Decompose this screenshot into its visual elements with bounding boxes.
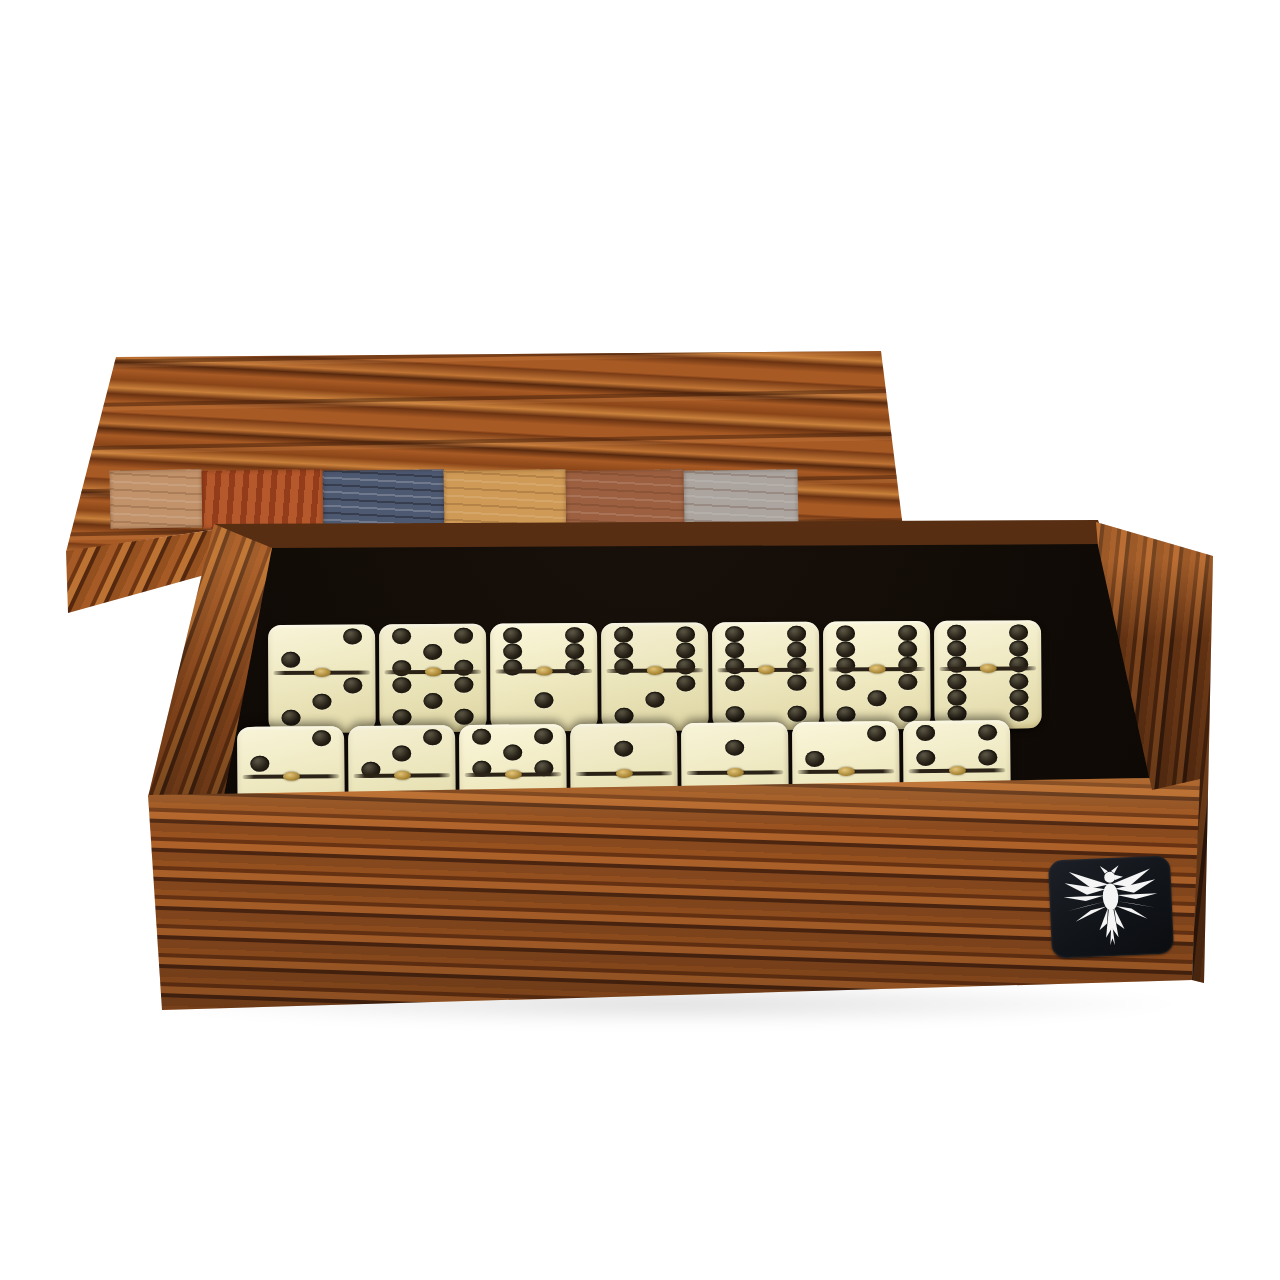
pip <box>947 641 966 657</box>
brass-spinner <box>393 771 410 780</box>
pip <box>1009 625 1028 641</box>
brass-spinner <box>837 767 854 776</box>
domino-half <box>276 677 368 725</box>
pip <box>454 628 473 644</box>
pip <box>282 710 301 726</box>
lid-inlay-square-blue <box>323 469 445 529</box>
domino-half <box>831 674 923 722</box>
pip <box>645 691 664 707</box>
pip <box>867 726 886 742</box>
domino-half <box>356 730 448 771</box>
pip <box>898 674 917 690</box>
pip <box>836 626 855 642</box>
pip <box>725 739 744 755</box>
domino-tile[interactable] <box>712 622 820 731</box>
eagle-icon <box>1057 862 1165 952</box>
pip <box>472 729 491 745</box>
domino-tile[interactable] <box>268 624 376 733</box>
pip <box>312 731 331 747</box>
pip <box>423 644 442 660</box>
eagle-logo <box>1048 855 1174 958</box>
lid-inlay-square-oak <box>444 469 567 529</box>
pip <box>726 675 745 691</box>
pip <box>503 644 522 660</box>
pip <box>534 692 553 708</box>
domino-tile[interactable] <box>379 624 487 733</box>
pip <box>565 643 584 659</box>
lid-inlay-square-brown <box>566 469 685 529</box>
lid-inlay-square-tan <box>110 469 203 528</box>
domino-half <box>800 726 892 767</box>
domino-half <box>609 675 701 723</box>
pip <box>948 674 967 690</box>
brass-spinner <box>424 668 441 677</box>
pip <box>454 709 473 725</box>
pip <box>917 750 936 766</box>
lid-inlay-square-red <box>202 469 324 529</box>
domino-half <box>720 675 812 723</box>
lid-inlay-square-gray <box>684 469 799 529</box>
pip <box>726 707 745 723</box>
pip <box>1009 689 1028 705</box>
brass-spinner <box>282 772 299 781</box>
domino-half <box>387 677 479 725</box>
pip <box>393 709 412 725</box>
pip <box>978 749 997 765</box>
pip <box>615 708 634 724</box>
pip <box>787 642 806 658</box>
pip <box>806 751 825 767</box>
pip <box>565 627 584 643</box>
pip <box>312 694 331 710</box>
pip <box>614 643 633 659</box>
domino-half <box>245 731 337 772</box>
brass-spinner <box>979 664 996 673</box>
pip <box>1009 705 1028 721</box>
domino-half <box>498 676 590 724</box>
pip <box>1009 673 1028 689</box>
pip <box>534 729 553 745</box>
pip <box>978 725 997 741</box>
pip <box>947 625 966 641</box>
domino-half <box>467 729 559 770</box>
domino-half <box>720 626 812 665</box>
pip <box>867 690 886 706</box>
pip <box>836 642 855 658</box>
pip <box>676 675 695 691</box>
pip <box>392 746 411 762</box>
brass-spinner <box>535 667 552 676</box>
domino-half <box>942 673 1034 721</box>
pip <box>787 675 806 691</box>
pip <box>503 745 522 761</box>
pip <box>343 677 362 693</box>
domino-half <box>498 627 590 666</box>
domino-half <box>609 627 701 666</box>
domino-half <box>578 728 670 769</box>
brass-spinner <box>726 768 743 777</box>
pip <box>503 628 522 644</box>
pip <box>423 693 442 709</box>
pip <box>725 642 744 658</box>
domino-half <box>276 629 368 668</box>
pip <box>614 740 633 756</box>
brass-spinner <box>646 666 663 675</box>
domino-row-back <box>268 620 1042 733</box>
brass-spinner <box>948 766 965 775</box>
pip <box>837 674 856 690</box>
pip <box>393 677 412 693</box>
pip <box>1009 641 1028 657</box>
brass-spinner <box>615 769 632 778</box>
domino-half <box>387 628 479 667</box>
product-photo-stage <box>0 0 1280 1280</box>
pip <box>948 706 967 722</box>
pip <box>343 629 362 645</box>
pip <box>676 643 695 659</box>
domino-tile[interactable] <box>823 621 931 730</box>
brass-spinner <box>313 668 330 677</box>
pip <box>423 730 442 746</box>
pip <box>898 706 917 722</box>
pip <box>916 725 935 741</box>
pip <box>392 628 411 644</box>
pip <box>454 677 473 693</box>
domino-half <box>910 725 1002 766</box>
domino-half <box>941 625 1033 664</box>
domino-half <box>831 625 923 664</box>
pip <box>898 641 917 657</box>
domino-tile[interactable] <box>601 622 709 731</box>
domino-tile[interactable] <box>490 623 598 732</box>
brass-spinner <box>868 665 885 674</box>
domino-half <box>689 727 781 768</box>
pip <box>787 706 806 722</box>
pip <box>676 627 695 643</box>
pip <box>725 626 744 642</box>
brass-spinner <box>504 770 521 779</box>
pip <box>251 755 270 771</box>
pip <box>281 652 300 668</box>
domino-tile[interactable] <box>934 620 1042 729</box>
pip <box>948 690 967 706</box>
pip <box>837 706 856 722</box>
pip <box>614 627 633 643</box>
pip <box>787 626 806 642</box>
brass-spinner <box>757 666 774 675</box>
pip <box>898 625 917 641</box>
